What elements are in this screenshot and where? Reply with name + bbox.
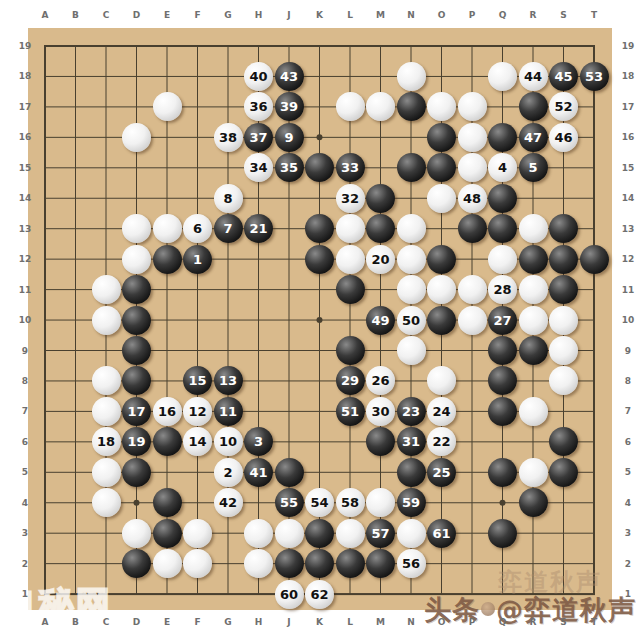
stone-white-D12[interactable] xyxy=(122,245,151,274)
coord-right-2: 2 xyxy=(625,559,631,569)
coord-right-6: 6 xyxy=(625,437,631,447)
stone-white-N11[interactable] xyxy=(397,275,426,304)
stone-white-C6[interactable]: 18 xyxy=(92,427,121,456)
coord-right-7: 7 xyxy=(625,406,631,416)
stone-white-R13[interactable] xyxy=(519,214,548,243)
stone-black-O12[interactable] xyxy=(427,245,456,274)
stone-black-R12[interactable] xyxy=(519,245,548,274)
stone-black-J16[interactable]: 9 xyxy=(275,123,304,152)
stone-white-N3[interactable] xyxy=(397,519,426,548)
stone-white-C4[interactable] xyxy=(92,488,121,517)
coord-left-11: 11 xyxy=(19,285,32,295)
stone-black-D5[interactable] xyxy=(122,458,151,487)
stone-white-R11[interactable] xyxy=(519,275,548,304)
stone-white-C7[interactable] xyxy=(92,397,121,426)
stone-white-E13[interactable] xyxy=(153,214,182,243)
stone-black-Q3[interactable] xyxy=(488,519,517,548)
coord-top-R: R xyxy=(530,10,537,20)
go-board[interactable]: 4043444553363952383794746343533458324867… xyxy=(28,28,612,610)
coord-bottom-E: E xyxy=(164,617,170,627)
stone-black-H16[interactable]: 37 xyxy=(244,123,273,152)
stone-white-G16[interactable]: 38 xyxy=(214,123,243,152)
stone-black-R15[interactable]: 5 xyxy=(519,153,548,182)
stone-black-G7[interactable]: 11 xyxy=(214,397,243,426)
stone-black-N6[interactable]: 31 xyxy=(397,427,426,456)
coord-right-10: 10 xyxy=(622,315,635,325)
stone-white-F7[interactable]: 12 xyxy=(183,397,212,426)
stone-white-H3[interactable] xyxy=(244,519,273,548)
stone-black-Q14[interactable] xyxy=(488,184,517,213)
stone-black-H5[interactable]: 41 xyxy=(244,458,273,487)
stone-white-E2[interactable] xyxy=(153,549,182,578)
stone-white-F2[interactable] xyxy=(183,549,212,578)
stone-black-S11[interactable] xyxy=(549,275,578,304)
star-point-K16 xyxy=(317,134,323,140)
stone-white-Q12[interactable] xyxy=(488,245,517,274)
coord-left-2: 2 xyxy=(22,559,28,569)
stone-white-E7[interactable]: 16 xyxy=(153,397,182,426)
stone-white-D3[interactable] xyxy=(122,519,151,548)
stone-black-R17[interactable] xyxy=(519,92,548,121)
stone-black-M2[interactable] xyxy=(366,549,395,578)
coord-right-17: 17 xyxy=(622,102,635,112)
coord-bottom-L: L xyxy=(347,617,353,627)
coord-bottom-D: D xyxy=(133,617,140,627)
coord-left-5: 5 xyxy=(22,467,28,477)
stone-white-N9[interactable] xyxy=(397,336,426,365)
stone-black-G8[interactable]: 13 xyxy=(214,366,243,395)
coord-left-12: 12 xyxy=(19,254,32,264)
coord-top-H: H xyxy=(255,10,263,20)
stone-white-F13[interactable]: 6 xyxy=(183,214,212,243)
stone-white-Q18[interactable] xyxy=(488,62,517,91)
coord-top-C: C xyxy=(103,10,110,20)
coord-bottom-A: A xyxy=(42,617,49,627)
coord-left-8: 8 xyxy=(22,376,28,386)
stone-white-K1[interactable]: 62 xyxy=(305,580,334,609)
coord-right-9: 9 xyxy=(625,346,631,356)
coord-bottom-C: C xyxy=(103,617,110,627)
coord-right-16: 16 xyxy=(622,132,635,142)
stone-black-D10[interactable] xyxy=(122,306,151,335)
stone-white-C8[interactable] xyxy=(92,366,121,395)
coord-bottom-S: S xyxy=(560,617,566,627)
stone-black-L8[interactable]: 29 xyxy=(336,366,365,395)
stone-white-F3[interactable] xyxy=(183,519,212,548)
coord-top-P: P xyxy=(469,10,476,20)
stone-white-N2[interactable]: 56 xyxy=(397,549,426,578)
coord-right-12: 12 xyxy=(622,254,635,264)
stone-white-J3[interactable] xyxy=(275,519,304,548)
coord-top-N: N xyxy=(407,10,415,20)
stone-black-D7[interactable]: 17 xyxy=(122,397,151,426)
stone-black-D2[interactable] xyxy=(122,549,151,578)
stone-black-K12[interactable] xyxy=(305,245,334,274)
stone-black-Q13[interactable] xyxy=(488,214,517,243)
stone-white-P14[interactable]: 48 xyxy=(458,184,487,213)
stone-white-H2[interactable] xyxy=(244,549,273,578)
stone-black-Q5[interactable] xyxy=(488,458,517,487)
stone-white-G14[interactable]: 8 xyxy=(214,184,243,213)
stone-black-J5[interactable] xyxy=(275,458,304,487)
coord-left-19: 19 xyxy=(19,41,32,51)
stone-white-H18[interactable]: 40 xyxy=(244,62,273,91)
stone-black-E3[interactable] xyxy=(153,519,182,548)
stone-black-J2[interactable] xyxy=(275,549,304,578)
stone-white-C10[interactable] xyxy=(92,306,121,335)
stone-black-Q9[interactable] xyxy=(488,336,517,365)
coord-bottom-H: H xyxy=(255,617,263,627)
stone-black-E6[interactable] xyxy=(153,427,182,456)
coord-right-14: 14 xyxy=(622,193,635,203)
coord-bottom-P: P xyxy=(469,617,476,627)
coord-top-E: E xyxy=(164,10,170,20)
stone-white-M12[interactable]: 20 xyxy=(366,245,395,274)
stone-white-L4[interactable]: 58 xyxy=(336,488,365,517)
coord-right-8: 8 xyxy=(625,376,631,386)
coord-left-15: 15 xyxy=(19,163,32,173)
coord-top-L: L xyxy=(347,10,353,20)
stone-white-C11[interactable] xyxy=(92,275,121,304)
stone-black-O3[interactable]: 61 xyxy=(427,519,456,548)
stone-black-J17[interactable]: 39 xyxy=(275,92,304,121)
coord-top-J: J xyxy=(287,10,290,20)
stone-black-F12[interactable]: 1 xyxy=(183,245,212,274)
stone-black-K2[interactable] xyxy=(305,549,334,578)
coord-right-1: 1 xyxy=(625,589,631,599)
stone-black-N4[interactable]: 59 xyxy=(397,488,426,517)
coord-bottom-M: M xyxy=(376,617,385,627)
stone-white-N12[interactable] xyxy=(397,245,426,274)
stone-black-D11[interactable] xyxy=(122,275,151,304)
stone-white-O7[interactable]: 24 xyxy=(427,397,456,426)
stone-black-R16[interactable]: 47 xyxy=(519,123,548,152)
stone-black-S5[interactable] xyxy=(549,458,578,487)
coord-top-B: B xyxy=(72,10,79,20)
coord-left-10: 10 xyxy=(19,315,32,325)
stone-white-P11[interactable] xyxy=(458,275,487,304)
coord-top-Q: Q xyxy=(499,10,507,20)
stone-black-O10[interactable] xyxy=(427,306,456,335)
stone-white-L14[interactable]: 32 xyxy=(336,184,365,213)
stone-white-L13[interactable] xyxy=(336,214,365,243)
stone-white-L3[interactable] xyxy=(336,519,365,548)
stone-black-Q10[interactable]: 27 xyxy=(488,306,517,335)
stone-black-K13[interactable] xyxy=(305,214,334,243)
coord-left-18: 18 xyxy=(19,71,32,81)
stone-black-S13[interactable] xyxy=(549,214,578,243)
stone-black-N5[interactable] xyxy=(397,458,426,487)
stone-black-S18[interactable]: 45 xyxy=(549,62,578,91)
stone-white-R5[interactable] xyxy=(519,458,548,487)
stone-black-K3[interactable] xyxy=(305,519,334,548)
stone-black-M3[interactable]: 57 xyxy=(366,519,395,548)
coord-left-14: 14 xyxy=(19,193,32,203)
stone-black-E4[interactable] xyxy=(153,488,182,517)
coord-left-16: 16 xyxy=(19,132,32,142)
stone-black-G13[interactable]: 7 xyxy=(214,214,243,243)
coord-bottom-G: G xyxy=(224,617,231,627)
coord-top-O: O xyxy=(438,10,446,20)
coord-top-T: T xyxy=(591,10,597,20)
stone-white-D16[interactable] xyxy=(122,123,151,152)
stone-white-P15[interactable] xyxy=(458,153,487,182)
stone-black-P13[interactable] xyxy=(458,214,487,243)
stone-black-J18[interactable]: 43 xyxy=(275,62,304,91)
coord-right-13: 13 xyxy=(622,224,635,234)
stone-black-O16[interactable] xyxy=(427,123,456,152)
stone-white-G6[interactable]: 10 xyxy=(214,427,243,456)
coord-bottom-J: J xyxy=(287,617,290,627)
stone-white-D13[interactable] xyxy=(122,214,151,243)
stone-white-N18[interactable] xyxy=(397,62,426,91)
stone-white-Q11[interactable]: 28 xyxy=(488,275,517,304)
coord-top-S: S xyxy=(560,10,566,20)
stone-white-R7[interactable] xyxy=(519,397,548,426)
coord-right-5: 5 xyxy=(625,467,631,477)
stone-white-N13[interactable] xyxy=(397,214,426,243)
coord-right-3: 3 xyxy=(625,528,631,538)
stone-black-N17[interactable] xyxy=(397,92,426,121)
stone-black-L15[interactable]: 33 xyxy=(336,153,365,182)
star-point-D4 xyxy=(134,500,140,506)
stone-black-J15[interactable]: 35 xyxy=(275,153,304,182)
stone-black-H13[interactable]: 21 xyxy=(244,214,273,243)
coord-top-A: A xyxy=(42,10,49,20)
stone-white-M7[interactable]: 30 xyxy=(366,397,395,426)
stone-white-G5[interactable]: 2 xyxy=(214,458,243,487)
stone-white-S9[interactable] xyxy=(549,336,578,365)
stone-black-D9[interactable] xyxy=(122,336,151,365)
coord-left-4: 4 xyxy=(22,498,28,508)
coord-left-7: 7 xyxy=(22,406,28,416)
stone-black-T12[interactable] xyxy=(580,245,609,274)
toutiao-logo-icon xyxy=(481,602,495,616)
stone-white-L17[interactable] xyxy=(336,92,365,121)
watermark-site-name: 申秘网 xyxy=(2,581,113,627)
stone-black-O5[interactable]: 25 xyxy=(427,458,456,487)
stone-black-R9[interactable] xyxy=(519,336,548,365)
stone-white-O11[interactable] xyxy=(427,275,456,304)
stone-white-G4[interactable]: 42 xyxy=(214,488,243,517)
stone-white-O14[interactable] xyxy=(427,184,456,213)
stone-black-N15[interactable] xyxy=(397,153,426,182)
coord-bottom-N: N xyxy=(407,617,415,627)
coord-top-K: K xyxy=(316,10,323,20)
coord-top-D: D xyxy=(133,10,140,20)
stone-black-Q16[interactable] xyxy=(488,123,517,152)
coord-left-17: 17 xyxy=(19,102,32,112)
coord-bottom-K: K xyxy=(316,617,323,627)
stone-white-E17[interactable] xyxy=(153,92,182,121)
stone-white-N10[interactable]: 50 xyxy=(397,306,426,335)
stone-black-N7[interactable]: 23 xyxy=(397,397,426,426)
stone-white-L12[interactable] xyxy=(336,245,365,274)
coord-bottom-B: B xyxy=(72,617,79,627)
coord-right-15: 15 xyxy=(622,163,635,173)
stone-black-L11[interactable] xyxy=(336,275,365,304)
coord-bottom-T: T xyxy=(591,617,597,627)
stone-black-Q7[interactable] xyxy=(488,397,517,426)
stone-black-L9[interactable] xyxy=(336,336,365,365)
stone-white-P10[interactable] xyxy=(458,306,487,335)
go-diagram-screenshot: 4043444553363952383794746343533458324867… xyxy=(0,0,640,640)
stone-black-M10[interactable]: 49 xyxy=(366,306,395,335)
stone-white-R18[interactable]: 44 xyxy=(519,62,548,91)
star-point-Q4 xyxy=(500,500,506,506)
stone-black-L7[interactable]: 51 xyxy=(336,397,365,426)
stone-white-R10[interactable] xyxy=(519,306,548,335)
coord-left-3: 3 xyxy=(22,528,28,538)
stone-black-E12[interactable] xyxy=(153,245,182,274)
stone-black-M14[interactable] xyxy=(366,184,395,213)
coord-bottom-Q: Q xyxy=(499,617,507,627)
coord-bottom-R: R xyxy=(530,617,537,627)
coord-right-11: 11 xyxy=(622,285,635,295)
coord-top-F: F xyxy=(194,10,200,20)
stone-white-J1[interactable]: 60 xyxy=(275,580,304,609)
coord-right-18: 18 xyxy=(622,71,635,81)
coord-left-13: 13 xyxy=(19,224,32,234)
coord-bottom-O: O xyxy=(438,617,446,627)
coord-right-19: 19 xyxy=(622,41,635,51)
coord-right-4: 4 xyxy=(625,498,631,508)
coord-bottom-F: F xyxy=(194,617,200,627)
stone-black-R4[interactable] xyxy=(519,488,548,517)
stone-black-L2[interactable] xyxy=(336,549,365,578)
coord-left-1: 1 xyxy=(22,589,28,599)
stone-black-T18[interactable]: 53 xyxy=(580,62,609,91)
stone-black-S12[interactable] xyxy=(549,245,578,274)
coord-top-G: G xyxy=(224,10,231,20)
coord-top-M: M xyxy=(376,10,385,20)
coord-left-6: 6 xyxy=(22,437,28,447)
stone-white-P16[interactable] xyxy=(458,123,487,152)
stone-black-J4[interactable]: 55 xyxy=(275,488,304,517)
stone-white-P17[interactable] xyxy=(458,92,487,121)
stone-white-S16[interactable]: 46 xyxy=(549,123,578,152)
coord-left-9: 9 xyxy=(22,346,28,356)
stone-white-S10[interactable] xyxy=(549,306,578,335)
stone-white-C5[interactable] xyxy=(92,458,121,487)
stone-black-M13[interactable] xyxy=(366,214,395,243)
star-point-K10 xyxy=(317,317,323,323)
